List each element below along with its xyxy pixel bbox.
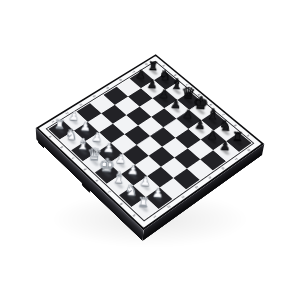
pawn-glyph: ♟ <box>103 142 115 155</box>
rook-glyph: ♜ <box>232 130 244 143</box>
rook-glyph: ♜ <box>148 60 159 73</box>
pawn-glyph: ♟ <box>147 78 158 90</box>
pawn-glyph: ♟ <box>158 88 169 100</box>
knight-glyph: ♞ <box>219 118 232 133</box>
pawn-glyph: ♟ <box>139 175 151 188</box>
pawn-glyph: ♟ <box>170 98 181 110</box>
pawn-glyph: ♟ <box>219 140 231 153</box>
board-frame: ♜♞♝♛♚♝♞♜♟♟♟♟♟♟♟♟♟♟♟♟♟♟♟♟♜♞♝♛♚♝♞♜ <box>46 61 255 222</box>
pawn-glyph: ♟ <box>68 110 79 123</box>
pawn-glyph: ♟ <box>135 69 146 81</box>
pawn-glyph: ♟ <box>115 152 127 165</box>
case-top-face: abcdefgh abcdefgh 87654321 87654321 ♜♞♝♛… <box>36 54 265 230</box>
knight-glyph: ♞ <box>124 182 138 198</box>
board-margin: abcdefgh abcdefgh 87654321 87654321 ♜♞♝♛… <box>39 56 262 228</box>
chess-set-photo: abcdefgh abcdefgh 87654321 87654321 ♜♞♝♛… <box>0 0 300 300</box>
chess-board: abcdefgh abcdefgh 87654321 87654321 ♜♞♝♛… <box>36 54 265 230</box>
pawn-glyph: ♟ <box>194 119 205 132</box>
rook-glyph: ♜ <box>137 196 150 210</box>
pawn-glyph: ♟ <box>182 108 193 121</box>
pawn-glyph: ♟ <box>127 164 139 177</box>
pawn-glyph: ♟ <box>80 120 92 133</box>
pawn-glyph: ♟ <box>91 131 103 144</box>
pawn-glyph: ♟ <box>207 129 219 142</box>
board-lean-wrapper: abcdefgh abcdefgh 87654321 87654321 ♜♞♝♛… <box>0 0 300 300</box>
pawn-glyph: ♟ <box>152 186 164 199</box>
bishop-glyph: ♝ <box>206 107 220 123</box>
squares-grid: ♜♞♝♛♚♝♞♜♟♟♟♟♟♟♟♟♟♟♟♟♟♟♟♟♜♞♝♛♚♝♞♜ <box>48 63 251 219</box>
rook-glyph: ♜ <box>54 118 66 131</box>
